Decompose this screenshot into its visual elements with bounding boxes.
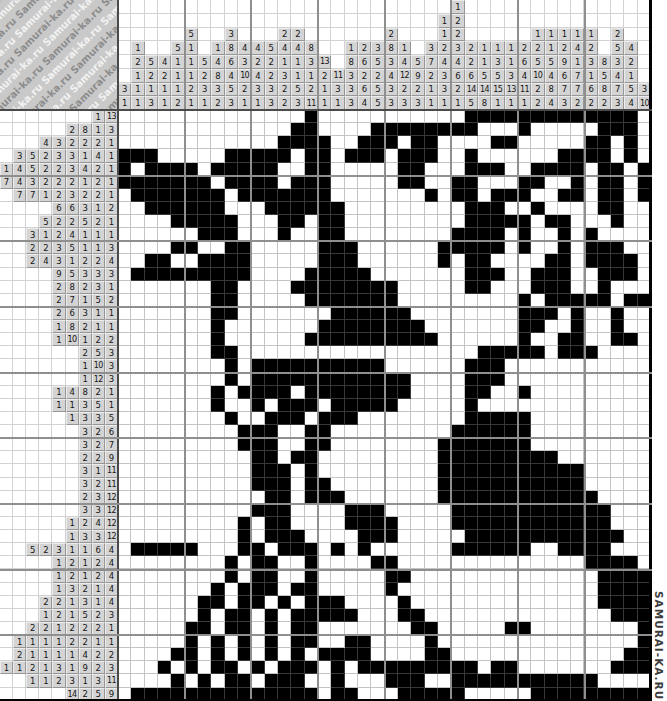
empty-cell[interactable] xyxy=(331,478,344,491)
empty-cell[interactable] xyxy=(584,609,597,622)
empty-cell[interactable] xyxy=(331,176,344,189)
empty-cell[interactable] xyxy=(198,661,211,674)
empty-cell[interactable] xyxy=(318,464,331,477)
empty-cell[interactable] xyxy=(571,425,584,438)
empty-cell[interactable] xyxy=(531,438,544,451)
filled-cell[interactable] xyxy=(291,373,304,386)
empty-cell[interactable] xyxy=(624,176,637,189)
filled-cell[interactable] xyxy=(318,149,331,162)
empty-cell[interactable] xyxy=(345,110,358,123)
empty-cell[interactable] xyxy=(198,569,211,582)
filled-cell[interactable] xyxy=(385,320,398,333)
empty-cell[interactable] xyxy=(198,530,211,543)
filled-cell[interactable] xyxy=(211,307,224,320)
empty-cell[interactable] xyxy=(305,648,318,661)
filled-cell[interactable] xyxy=(371,320,384,333)
empty-cell[interactable] xyxy=(411,569,424,582)
filled-cell[interactable] xyxy=(198,609,211,622)
empty-cell[interactable] xyxy=(238,202,251,215)
empty-cell[interactable] xyxy=(145,464,158,477)
empty-cell[interactable] xyxy=(411,254,424,267)
empty-cell[interactable] xyxy=(118,294,131,307)
empty-cell[interactable] xyxy=(558,596,571,609)
empty-cell[interactable] xyxy=(158,648,171,661)
empty-cell[interactable] xyxy=(145,622,158,635)
filled-cell[interactable] xyxy=(518,464,531,477)
filled-cell[interactable] xyxy=(465,228,478,241)
filled-cell[interactable] xyxy=(451,451,464,464)
filled-cell[interactable] xyxy=(331,399,344,412)
filled-cell[interactable] xyxy=(305,149,318,162)
filled-cell[interactable] xyxy=(238,609,251,622)
empty-cell[interactable] xyxy=(584,215,597,228)
empty-cell[interactable] xyxy=(438,189,451,202)
empty-cell[interactable] xyxy=(505,176,518,189)
empty-cell[interactable] xyxy=(345,438,358,451)
filled-cell[interactable] xyxy=(531,491,544,504)
empty-cell[interactable] xyxy=(478,635,491,648)
empty-cell[interactable] xyxy=(571,438,584,451)
filled-cell[interactable] xyxy=(478,254,491,267)
filled-cell[interactable] xyxy=(278,530,291,543)
empty-cell[interactable] xyxy=(611,635,624,648)
filled-cell[interactable] xyxy=(478,425,491,438)
filled-cell[interactable] xyxy=(465,123,478,136)
filled-cell[interactable] xyxy=(291,688,304,701)
filled-cell[interactable] xyxy=(545,294,558,307)
empty-cell[interactable] xyxy=(438,425,451,438)
empty-cell[interactable] xyxy=(518,373,531,386)
filled-cell[interactable] xyxy=(345,635,358,648)
empty-cell[interactable] xyxy=(211,609,224,622)
filled-cell[interactable] xyxy=(438,254,451,267)
empty-cell[interactable] xyxy=(411,189,424,202)
empty-cell[interactable] xyxy=(638,149,651,162)
empty-cell[interactable] xyxy=(398,294,411,307)
filled-cell[interactable] xyxy=(465,425,478,438)
empty-cell[interactable] xyxy=(118,399,131,412)
filled-cell[interactable] xyxy=(611,176,624,189)
empty-cell[interactable] xyxy=(358,438,371,451)
empty-cell[interactable] xyxy=(345,478,358,491)
empty-cell[interactable] xyxy=(278,438,291,451)
empty-cell[interactable] xyxy=(505,228,518,241)
empty-cell[interactable] xyxy=(505,569,518,582)
filled-cell[interactable] xyxy=(345,373,358,386)
empty-cell[interactable] xyxy=(118,333,131,346)
empty-cell[interactable] xyxy=(171,386,184,399)
empty-cell[interactable] xyxy=(531,661,544,674)
empty-cell[interactable] xyxy=(411,451,424,464)
empty-cell[interactable] xyxy=(451,254,464,267)
empty-cell[interactable] xyxy=(598,399,611,412)
filled-cell[interactable] xyxy=(465,491,478,504)
empty-cell[interactable] xyxy=(331,438,344,451)
filled-cell[interactable] xyxy=(584,674,597,687)
empty-cell[interactable] xyxy=(185,294,198,307)
empty-cell[interactable] xyxy=(345,491,358,504)
filled-cell[interactable] xyxy=(345,281,358,294)
empty-cell[interactable] xyxy=(131,425,144,438)
empty-cell[interactable] xyxy=(385,648,398,661)
filled-cell[interactable] xyxy=(331,543,344,556)
filled-cell[interactable] xyxy=(371,333,384,346)
empty-cell[interactable] xyxy=(331,583,344,596)
filled-cell[interactable] xyxy=(225,294,238,307)
filled-cell[interactable] xyxy=(558,478,571,491)
empty-cell[interactable] xyxy=(225,123,238,136)
empty-cell[interactable] xyxy=(145,478,158,491)
empty-cell[interactable] xyxy=(145,609,158,622)
empty-cell[interactable] xyxy=(225,464,238,477)
filled-cell[interactable] xyxy=(331,215,344,228)
empty-cell[interactable] xyxy=(145,333,158,346)
empty-cell[interactable] xyxy=(225,110,238,123)
empty-cell[interactable] xyxy=(478,609,491,622)
empty-cell[interactable] xyxy=(584,320,597,333)
empty-cell[interactable] xyxy=(491,569,504,582)
filled-cell[interactable] xyxy=(505,189,518,202)
empty-cell[interactable] xyxy=(238,478,251,491)
filled-cell[interactable] xyxy=(451,517,464,530)
empty-cell[interactable] xyxy=(145,359,158,372)
filled-cell[interactable] xyxy=(398,609,411,622)
filled-cell[interactable] xyxy=(305,583,318,596)
empty-cell[interactable] xyxy=(318,688,331,701)
empty-cell[interactable] xyxy=(385,596,398,609)
empty-cell[interactable] xyxy=(198,556,211,569)
filled-cell[interactable] xyxy=(198,674,211,687)
empty-cell[interactable] xyxy=(491,149,504,162)
empty-cell[interactable] xyxy=(171,149,184,162)
filled-cell[interactable] xyxy=(465,504,478,517)
filled-cell[interactable] xyxy=(425,149,438,162)
empty-cell[interactable] xyxy=(558,438,571,451)
empty-cell[interactable] xyxy=(211,373,224,386)
empty-cell[interactable] xyxy=(598,373,611,386)
filled-cell[interactable] xyxy=(465,386,478,399)
filled-cell[interactable] xyxy=(305,189,318,202)
filled-cell[interactable] xyxy=(225,622,238,635)
filled-cell[interactable] xyxy=(411,149,424,162)
empty-cell[interactable] xyxy=(265,281,278,294)
empty-cell[interactable] xyxy=(545,609,558,622)
filled-cell[interactable] xyxy=(318,478,331,491)
empty-cell[interactable] xyxy=(411,648,424,661)
filled-cell[interactable] xyxy=(438,478,451,491)
empty-cell[interactable] xyxy=(385,268,398,281)
empty-cell[interactable] xyxy=(331,569,344,582)
filled-cell[interactable] xyxy=(131,189,144,202)
filled-cell[interactable] xyxy=(305,123,318,136)
filled-cell[interactable] xyxy=(438,123,451,136)
filled-cell[interactable] xyxy=(598,543,611,556)
filled-cell[interactable] xyxy=(265,438,278,451)
filled-cell[interactable] xyxy=(545,504,558,517)
empty-cell[interactable] xyxy=(131,569,144,582)
filled-cell[interactable] xyxy=(545,478,558,491)
empty-cell[interactable] xyxy=(118,359,131,372)
empty-cell[interactable] xyxy=(411,294,424,307)
filled-cell[interactable] xyxy=(598,136,611,149)
filled-cell[interactable] xyxy=(158,543,171,556)
empty-cell[interactable] xyxy=(278,569,291,582)
filled-cell[interactable] xyxy=(211,189,224,202)
empty-cell[interactable] xyxy=(291,254,304,267)
empty-cell[interactable] xyxy=(318,556,331,569)
empty-cell[interactable] xyxy=(624,543,637,556)
filled-cell[interactable] xyxy=(198,596,211,609)
filled-cell[interactable] xyxy=(531,110,544,123)
empty-cell[interactable] xyxy=(505,294,518,307)
empty-cell[interactable] xyxy=(171,228,184,241)
filled-cell[interactable] xyxy=(411,123,424,136)
filled-cell[interactable] xyxy=(305,425,318,438)
empty-cell[interactable] xyxy=(358,202,371,215)
filled-cell[interactable] xyxy=(331,491,344,504)
empty-cell[interactable] xyxy=(558,622,571,635)
empty-cell[interactable] xyxy=(451,359,464,372)
filled-cell[interactable] xyxy=(465,517,478,530)
empty-cell[interactable] xyxy=(171,661,184,674)
empty-cell[interactable] xyxy=(185,320,198,333)
filled-cell[interactable] xyxy=(465,215,478,228)
filled-cell[interactable] xyxy=(238,254,251,267)
empty-cell[interactable] xyxy=(145,635,158,648)
empty-cell[interactable] xyxy=(411,346,424,359)
empty-cell[interactable] xyxy=(425,241,438,254)
empty-cell[interactable] xyxy=(598,661,611,674)
filled-cell[interactable] xyxy=(558,281,571,294)
empty-cell[interactable] xyxy=(531,386,544,399)
filled-cell[interactable] xyxy=(624,136,637,149)
empty-cell[interactable] xyxy=(438,149,451,162)
empty-cell[interactable] xyxy=(145,241,158,254)
empty-cell[interactable] xyxy=(411,268,424,281)
filled-cell[interactable] xyxy=(211,268,224,281)
filled-cell[interactable] xyxy=(451,661,464,674)
empty-cell[interactable] xyxy=(131,359,144,372)
filled-cell[interactable] xyxy=(438,464,451,477)
filled-cell[interactable] xyxy=(611,254,624,267)
empty-cell[interactable] xyxy=(131,556,144,569)
filled-cell[interactable] xyxy=(611,320,624,333)
empty-cell[interactable] xyxy=(398,359,411,372)
filled-cell[interactable] xyxy=(185,648,198,661)
empty-cell[interactable] xyxy=(185,110,198,123)
empty-cell[interactable] xyxy=(358,228,371,241)
filled-cell[interactable] xyxy=(385,123,398,136)
empty-cell[interactable] xyxy=(505,688,518,701)
empty-cell[interactable] xyxy=(425,491,438,504)
empty-cell[interactable] xyxy=(118,241,131,254)
filled-cell[interactable] xyxy=(518,543,531,556)
empty-cell[interactable] xyxy=(238,661,251,674)
empty-cell[interactable] xyxy=(131,596,144,609)
filled-cell[interactable] xyxy=(385,399,398,412)
filled-cell[interactable] xyxy=(425,333,438,346)
empty-cell[interactable] xyxy=(251,281,264,294)
filled-cell[interactable] xyxy=(171,176,184,189)
empty-cell[interactable] xyxy=(278,425,291,438)
filled-cell[interactable] xyxy=(411,176,424,189)
empty-cell[interactable] xyxy=(171,517,184,530)
empty-cell[interactable] xyxy=(211,674,224,687)
empty-cell[interactable] xyxy=(331,163,344,176)
empty-cell[interactable] xyxy=(345,346,358,359)
empty-cell[interactable] xyxy=(371,346,384,359)
filled-cell[interactable] xyxy=(451,123,464,136)
filled-cell[interactable] xyxy=(598,254,611,267)
filled-cell[interactable] xyxy=(385,373,398,386)
empty-cell[interactable] xyxy=(571,254,584,267)
filled-cell[interactable] xyxy=(558,688,571,701)
empty-cell[interactable] xyxy=(118,110,131,123)
empty-cell[interactable] xyxy=(238,136,251,149)
filled-cell[interactable] xyxy=(465,149,478,162)
filled-cell[interactable] xyxy=(505,110,518,123)
filled-cell[interactable] xyxy=(238,674,251,687)
empty-cell[interactable] xyxy=(251,609,264,622)
empty-cell[interactable] xyxy=(438,228,451,241)
filled-cell[interactable] xyxy=(438,688,451,701)
empty-cell[interactable] xyxy=(638,674,651,687)
empty-cell[interactable] xyxy=(265,294,278,307)
filled-cell[interactable] xyxy=(491,478,504,491)
filled-cell[interactable] xyxy=(611,268,624,281)
empty-cell[interactable] xyxy=(211,543,224,556)
filled-cell[interactable] xyxy=(478,491,491,504)
empty-cell[interactable] xyxy=(318,622,331,635)
filled-cell[interactable] xyxy=(598,504,611,517)
empty-cell[interactable] xyxy=(425,530,438,543)
empty-cell[interactable] xyxy=(505,596,518,609)
empty-cell[interactable] xyxy=(118,202,131,215)
empty-cell[interactable] xyxy=(638,307,651,320)
empty-cell[interactable] xyxy=(518,569,531,582)
empty-cell[interactable] xyxy=(598,228,611,241)
empty-cell[interactable] xyxy=(411,386,424,399)
empty-cell[interactable] xyxy=(558,556,571,569)
empty-cell[interactable] xyxy=(438,202,451,215)
empty-cell[interactable] xyxy=(478,648,491,661)
empty-cell[interactable] xyxy=(451,346,464,359)
empty-cell[interactable] xyxy=(358,254,371,267)
empty-cell[interactable] xyxy=(545,386,558,399)
empty-cell[interactable] xyxy=(571,359,584,372)
empty-cell[interactable] xyxy=(385,425,398,438)
empty-cell[interactable] xyxy=(451,373,464,386)
empty-cell[interactable] xyxy=(438,333,451,346)
empty-cell[interactable] xyxy=(371,609,384,622)
empty-cell[interactable] xyxy=(558,123,571,136)
empty-cell[interactable] xyxy=(531,373,544,386)
filled-cell[interactable] xyxy=(265,359,278,372)
filled-cell[interactable] xyxy=(505,530,518,543)
empty-cell[interactable] xyxy=(491,386,504,399)
empty-cell[interactable] xyxy=(558,648,571,661)
filled-cell[interactable] xyxy=(251,399,264,412)
empty-cell[interactable] xyxy=(225,583,238,596)
filled-cell[interactable] xyxy=(225,176,238,189)
empty-cell[interactable] xyxy=(131,373,144,386)
empty-cell[interactable] xyxy=(438,543,451,556)
empty-cell[interactable] xyxy=(131,281,144,294)
filled-cell[interactable] xyxy=(571,530,584,543)
empty-cell[interactable] xyxy=(238,359,251,372)
empty-cell[interactable] xyxy=(185,504,198,517)
empty-cell[interactable] xyxy=(118,517,131,530)
empty-cell[interactable] xyxy=(624,215,637,228)
empty-cell[interactable] xyxy=(624,425,637,438)
empty-cell[interactable] xyxy=(145,596,158,609)
empty-cell[interactable] xyxy=(465,635,478,648)
empty-cell[interactable] xyxy=(118,569,131,582)
empty-cell[interactable] xyxy=(371,674,384,687)
empty-cell[interactable] xyxy=(131,478,144,491)
empty-cell[interactable] xyxy=(438,110,451,123)
filled-cell[interactable] xyxy=(358,530,371,543)
empty-cell[interactable] xyxy=(185,517,198,530)
filled-cell[interactable] xyxy=(425,622,438,635)
empty-cell[interactable] xyxy=(558,569,571,582)
empty-cell[interactable] xyxy=(131,307,144,320)
filled-cell[interactable] xyxy=(491,674,504,687)
empty-cell[interactable] xyxy=(545,569,558,582)
empty-cell[interactable] xyxy=(638,254,651,267)
empty-cell[interactable] xyxy=(198,425,211,438)
empty-cell[interactable] xyxy=(318,307,331,320)
empty-cell[interactable] xyxy=(118,622,131,635)
empty-cell[interactable] xyxy=(425,281,438,294)
filled-cell[interactable] xyxy=(411,163,424,176)
filled-cell[interactable] xyxy=(318,202,331,215)
empty-cell[interactable] xyxy=(198,333,211,346)
filled-cell[interactable] xyxy=(305,359,318,372)
empty-cell[interactable] xyxy=(465,569,478,582)
filled-cell[interactable] xyxy=(305,451,318,464)
empty-cell[interactable] xyxy=(185,478,198,491)
filled-cell[interactable] xyxy=(478,504,491,517)
empty-cell[interactable] xyxy=(345,123,358,136)
empty-cell[interactable] xyxy=(171,478,184,491)
filled-cell[interactable] xyxy=(291,674,304,687)
filled-cell[interactable] xyxy=(505,674,518,687)
filled-cell[interactable] xyxy=(345,294,358,307)
empty-cell[interactable] xyxy=(158,556,171,569)
filled-cell[interactable] xyxy=(345,517,358,530)
empty-cell[interactable] xyxy=(411,583,424,596)
empty-cell[interactable] xyxy=(518,556,531,569)
empty-cell[interactable] xyxy=(411,412,424,425)
empty-cell[interactable] xyxy=(398,281,411,294)
empty-cell[interactable] xyxy=(624,307,637,320)
filled-cell[interactable] xyxy=(411,609,424,622)
empty-cell[interactable] xyxy=(318,123,331,136)
empty-cell[interactable] xyxy=(398,451,411,464)
empty-cell[interactable] xyxy=(345,228,358,241)
empty-cell[interactable] xyxy=(371,215,384,228)
empty-cell[interactable] xyxy=(584,451,597,464)
filled-cell[interactable] xyxy=(318,241,331,254)
empty-cell[interactable] xyxy=(571,228,584,241)
filled-cell[interactable] xyxy=(211,333,224,346)
empty-cell[interactable] xyxy=(598,320,611,333)
filled-cell[interactable] xyxy=(465,359,478,372)
filled-cell[interactable] xyxy=(465,189,478,202)
empty-cell[interactable] xyxy=(251,294,264,307)
filled-cell[interactable] xyxy=(211,661,224,674)
